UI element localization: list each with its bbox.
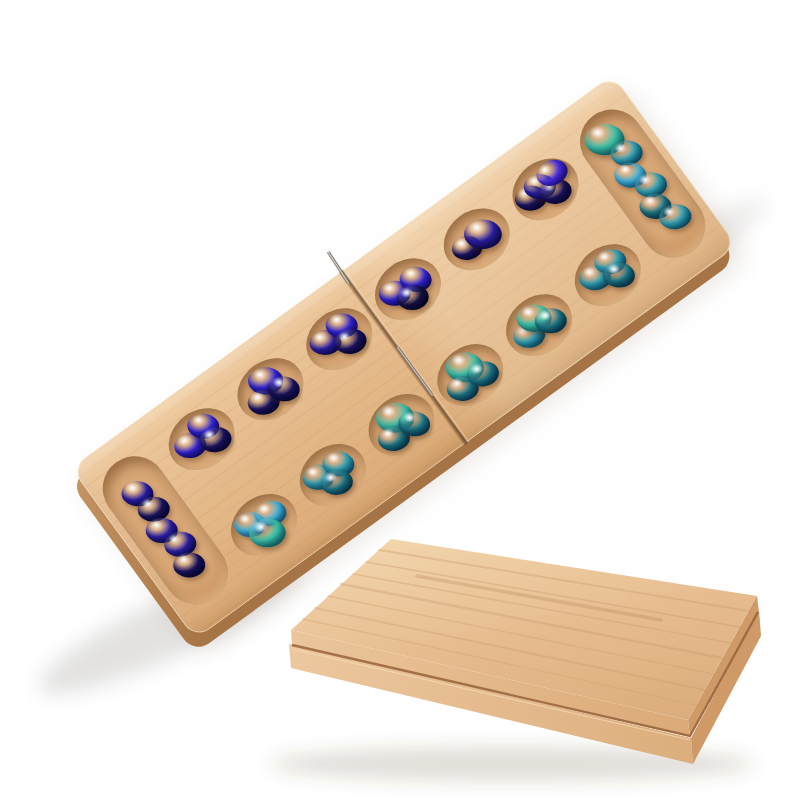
product-photo-scene [0, 0, 800, 800]
folded-board [250, 512, 772, 800]
stone-navyDark [173, 552, 205, 577]
